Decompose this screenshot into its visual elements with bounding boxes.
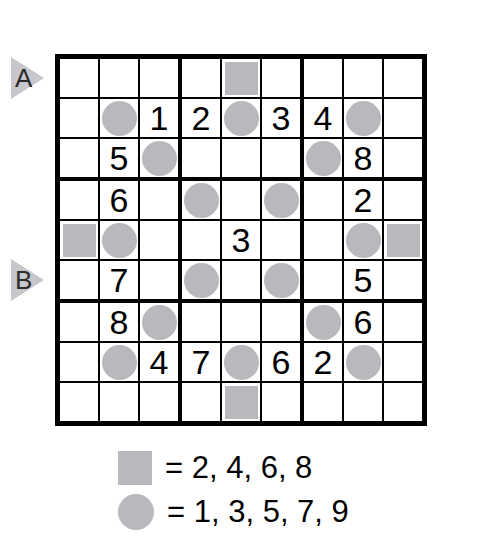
cell-r6c2[interactable]: 7 — [100, 261, 138, 299]
cell-r5c8[interactable] — [344, 221, 382, 259]
cell-r7c6[interactable] — [262, 303, 300, 341]
cell-r1c1[interactable] — [60, 59, 98, 97]
cell-r6c4[interactable] — [182, 261, 220, 299]
row-marker-a-label: A — [15, 57, 32, 99]
box-1-2: 23 — [182, 59, 300, 177]
cell-r3c9[interactable] — [384, 139, 422, 177]
cell-r5c4[interactable] — [182, 221, 220, 259]
cell-r1c7[interactable] — [304, 59, 342, 97]
cell-r8c2[interactable] — [100, 343, 138, 381]
cell-r2c8[interactable] — [344, 99, 382, 137]
cell-r2c6[interactable]: 3 — [262, 99, 300, 137]
cell-r2c2[interactable] — [100, 99, 138, 137]
cell-r8c6[interactable]: 6 — [262, 343, 300, 381]
cell-r6c6[interactable] — [262, 261, 300, 299]
row-marker-a: A — [11, 57, 44, 99]
even-square-icon — [118, 451, 152, 485]
cell-r7c4[interactable] — [182, 303, 220, 341]
legend-even-text: = 2, 4, 6, 8 — [165, 450, 312, 486]
cell-r3c2[interactable]: 5 — [100, 139, 138, 177]
even-square-icon — [387, 224, 420, 257]
given-digit: 8 — [110, 303, 129, 341]
odd-circle-icon — [142, 141, 177, 176]
cell-r3c7[interactable] — [304, 139, 342, 177]
legend-row-even: = 2, 4, 6, 8 — [118, 448, 349, 488]
cell-r7c2[interactable]: 8 — [100, 303, 138, 341]
cell-r1c5[interactable] — [222, 59, 260, 97]
given-digit: 1 — [150, 99, 169, 137]
cell-r2c3[interactable]: 1 — [140, 99, 178, 137]
odd-circle-icon — [306, 141, 341, 176]
cell-r2c4[interactable]: 2 — [182, 99, 220, 137]
box-2-2: 3 — [182, 181, 300, 299]
given-digit: 5 — [110, 139, 129, 177]
cell-r6c8[interactable]: 5 — [344, 261, 382, 299]
cell-r5c9[interactable] — [384, 221, 422, 259]
board-area: A B 15234867325847662 — [55, 54, 427, 426]
cell-r5c7[interactable] — [304, 221, 342, 259]
cell-r3c8[interactable]: 8 — [344, 139, 382, 177]
even-square-icon — [225, 386, 258, 419]
cell-r9c4[interactable] — [182, 383, 220, 421]
cell-r3c4[interactable] — [182, 139, 220, 177]
given-digit: 2 — [314, 343, 333, 381]
given-digit: 7 — [192, 343, 211, 381]
given-digit: 2 — [354, 181, 373, 219]
cell-r2c5[interactable] — [222, 99, 260, 137]
odd-circle-icon — [118, 494, 154, 530]
legend: = 2, 4, 6, 8 = 1, 3, 5, 7, 9 — [118, 448, 349, 532]
cell-r3c6[interactable] — [262, 139, 300, 177]
cell-r9c1[interactable] — [60, 383, 98, 421]
given-digit: 4 — [150, 343, 169, 381]
even-square-icon — [63, 224, 96, 257]
cell-r9c5[interactable] — [222, 383, 260, 421]
cell-r7c7[interactable] — [304, 303, 342, 341]
cell-r3c1[interactable] — [60, 139, 98, 177]
puzzle-page: A B 15234867325847662 = 2, 4, 6, 8 = 1, … — [0, 0, 479, 556]
odd-circle-icon — [102, 223, 137, 258]
cell-r5c5[interactable]: 3 — [222, 221, 260, 259]
given-digit: 4 — [314, 99, 333, 137]
cell-r8c1[interactable] — [60, 343, 98, 381]
box-3-3: 62 — [304, 303, 422, 421]
cell-r1c2[interactable] — [100, 59, 138, 97]
odd-circle-icon — [184, 263, 219, 298]
given-digit: 6 — [110, 181, 129, 219]
cell-r9c2[interactable] — [100, 383, 138, 421]
cell-r1c6[interactable] — [262, 59, 300, 97]
odd-circle-icon — [142, 305, 177, 340]
cell-r4c7[interactable] — [304, 181, 342, 219]
cell-r5c2[interactable] — [100, 221, 138, 259]
odd-circle-icon — [306, 305, 341, 340]
legend-row-odd: = 1, 3, 5, 7, 9 — [118, 492, 349, 532]
box-3-2: 76 — [182, 303, 300, 421]
odd-circle-icon — [102, 345, 137, 380]
cell-r4c2[interactable]: 6 — [100, 181, 138, 219]
cell-r4c1[interactable] — [60, 181, 98, 219]
cell-r2c1[interactable] — [60, 99, 98, 137]
cell-r9c7[interactable] — [304, 383, 342, 421]
cell-r7c9[interactable] — [384, 303, 422, 341]
given-digit: 8 — [354, 139, 373, 177]
odd-circle-icon — [346, 345, 381, 380]
cell-r8c5[interactable] — [222, 343, 260, 381]
odd-circle-icon — [346, 101, 381, 136]
cell-r6c3[interactable] — [140, 261, 178, 299]
cell-r1c3[interactable] — [140, 59, 178, 97]
given-digit: 5 — [354, 261, 373, 299]
cell-r6c9[interactable] — [384, 261, 422, 299]
cell-r8c4[interactable]: 7 — [182, 343, 220, 381]
legend-odd-text: = 1, 3, 5, 7, 9 — [167, 494, 349, 530]
odd-circle-icon — [184, 183, 219, 218]
given-digit: 6 — [272, 343, 291, 381]
odd-circle-icon — [224, 345, 259, 380]
cell-r5c3[interactable] — [140, 221, 178, 259]
cell-r4c3[interactable] — [140, 181, 178, 219]
cell-r6c7[interactable] — [304, 261, 342, 299]
cell-r6c1[interactable] — [60, 261, 98, 299]
box-1-1: 15 — [60, 59, 178, 177]
cell-r7c1[interactable] — [60, 303, 98, 341]
cell-r4c8[interactable]: 2 — [344, 181, 382, 219]
cell-r4c6[interactable] — [262, 181, 300, 219]
given-digit: 3 — [232, 221, 251, 259]
cell-r7c3[interactable] — [140, 303, 178, 341]
cell-r9c8[interactable] — [344, 383, 382, 421]
cell-r3c5[interactable] — [222, 139, 260, 177]
cell-r8c8[interactable] — [344, 343, 382, 381]
cell-r8c7[interactable]: 2 — [304, 343, 342, 381]
box-2-3: 25 — [304, 181, 422, 299]
cell-r1c8[interactable] — [344, 59, 382, 97]
even-square-icon — [225, 62, 258, 95]
cell-r4c5[interactable] — [222, 181, 260, 219]
box-1-3: 48 — [304, 59, 422, 177]
box-3-1: 84 — [60, 303, 178, 421]
sudoku-grid: 15234867325847662 — [55, 54, 427, 426]
cell-r4c9[interactable] — [384, 181, 422, 219]
cell-r4c4[interactable] — [182, 181, 220, 219]
odd-circle-icon — [264, 263, 299, 298]
odd-circle-icon — [346, 223, 381, 258]
cell-r7c8[interactable]: 6 — [344, 303, 382, 341]
row-marker-b-label: B — [15, 259, 32, 301]
cell-r2c9[interactable] — [384, 99, 422, 137]
cell-r9c6[interactable] — [262, 383, 300, 421]
cell-r2c7[interactable]: 4 — [304, 99, 342, 137]
cell-r1c4[interactable] — [182, 59, 220, 97]
cell-r1c9[interactable] — [384, 59, 422, 97]
cell-r9c3[interactable] — [140, 383, 178, 421]
odd-circle-icon — [224, 101, 259, 136]
cell-r6c5[interactable] — [222, 261, 260, 299]
given-digit: 6 — [354, 303, 373, 341]
cell-r8c9[interactable] — [384, 343, 422, 381]
odd-circle-icon — [264, 183, 299, 218]
cell-r9c9[interactable] — [384, 383, 422, 421]
cell-r8c3[interactable]: 4 — [140, 343, 178, 381]
odd-circle-icon — [102, 101, 137, 136]
cell-r7c5[interactable] — [222, 303, 260, 341]
given-digit: 7 — [110, 261, 129, 299]
cell-r5c6[interactable] — [262, 221, 300, 259]
given-digit: 3 — [272, 99, 291, 137]
box-2-1: 67 — [60, 181, 178, 299]
cell-r5c1[interactable] — [60, 221, 98, 259]
given-digit: 2 — [192, 99, 211, 137]
cell-r3c3[interactable] — [140, 139, 178, 177]
row-marker-b: B — [11, 259, 44, 301]
